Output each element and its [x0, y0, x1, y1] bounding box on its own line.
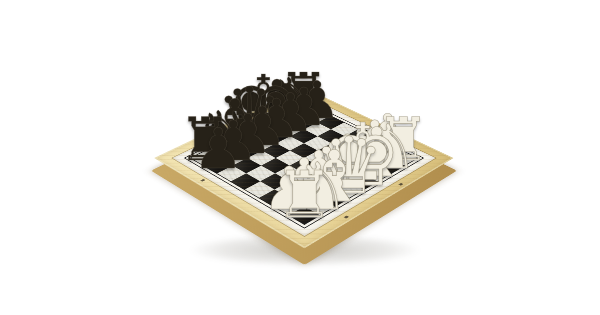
product-photo-stage: ♜♞♝♛♚♝♞♜♟♟♟♟♟♟♟♟♟♟♟♟♟♟♟♟♜♞♝♛♚♝♞♜	[0, 0, 600, 315]
board-frame-top	[154, 87, 454, 248]
chess-board	[154, 87, 454, 248]
square-d3	[304, 166, 333, 182]
square-d1	[334, 181, 364, 197]
scene-3d	[0, 0, 600, 315]
square-e3	[318, 158, 347, 173]
square-b4	[260, 173, 289, 189]
square-a2	[274, 198, 304, 215]
hinge-dot	[398, 183, 403, 186]
square-f2	[347, 158, 376, 173]
square-c4	[275, 166, 304, 182]
hinge-dot	[344, 215, 349, 218]
square-b5	[246, 166, 275, 182]
square-b3	[275, 181, 305, 197]
square-b6	[233, 158, 262, 173]
square-a7	[204, 158, 233, 173]
square-c1	[319, 189, 349, 206]
square-e2	[333, 166, 362, 182]
square-c2	[304, 181, 334, 197]
square-b1	[304, 198, 334, 215]
square-a4	[245, 181, 275, 197]
square-a6	[217, 166, 246, 182]
square-c5	[261, 158, 290, 173]
hinge-dot	[200, 179, 205, 182]
square-d4	[290, 158, 319, 173]
square-a1	[289, 206, 320, 224]
square-f1	[362, 166, 391, 182]
square-e1	[348, 173, 377, 189]
square-b2	[289, 189, 319, 206]
square-c3	[289, 173, 318, 189]
square-a5	[231, 173, 260, 189]
square-d2	[319, 173, 348, 189]
board-paper	[172, 95, 435, 236]
square-a3	[259, 189, 289, 206]
square-g1	[376, 158, 405, 173]
